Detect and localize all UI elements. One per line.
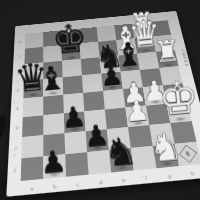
square-d4 xyxy=(83,91,105,111)
black-pawn: ♟ xyxy=(99,62,125,90)
square-b1: ♟ xyxy=(43,154,66,179)
dust-speck xyxy=(41,28,42,29)
dust-speck xyxy=(96,21,97,22)
square-a4 xyxy=(23,97,44,118)
file-label: h xyxy=(180,169,200,177)
square-f3: ♟ xyxy=(125,106,149,128)
file-label: e xyxy=(112,176,136,184)
white-rook: ♜ xyxy=(153,36,182,67)
white-pawn: ♟ xyxy=(124,96,151,126)
black-pawn: ♟ xyxy=(39,146,68,178)
white-knight: ♞ xyxy=(147,127,184,167)
square-e5: ♟ xyxy=(101,72,123,91)
rank-label: 1 xyxy=(9,158,20,182)
emblem-knight-icon: ♞ xyxy=(184,150,192,158)
dust-speck xyxy=(92,180,93,181)
board-photo: 87654321 ♜♚♝♛♞♝♜♛♝♟♟♟♟♟♚♟♟♞♞♞ abcdefgh C… xyxy=(0,0,200,200)
perspective-wrapper: 87654321 ♜♚♝♛♞♝♜♛♝♟♟♟♟♟♚♟♟♞♞♞ abcdefgh C… xyxy=(0,0,200,200)
dust-speck xyxy=(178,170,179,171)
black-knight: ♞ xyxy=(102,131,139,171)
rank-label: 8 xyxy=(16,34,25,50)
square-h6: ♜ xyxy=(156,50,179,68)
square-c1 xyxy=(65,152,88,177)
file-label: g xyxy=(157,171,181,179)
rank-label: 4 xyxy=(12,99,22,119)
square-e1: ♞ xyxy=(109,148,134,172)
white-king: ♚ xyxy=(157,75,200,123)
file-label: d xyxy=(89,178,112,186)
rank-label: 3 xyxy=(12,117,22,138)
file-label: b xyxy=(43,182,66,190)
chess-board: 87654321 ♜♚♝♛♞♝♜♛♝♟♟♟♟♟♚♟♟♞♞♞ abcdefgh C… xyxy=(6,11,200,197)
black-bishop: ♝ xyxy=(35,61,68,97)
rank-label: 2 xyxy=(10,137,21,159)
square-g1: ♞ xyxy=(153,144,179,168)
file-label: f xyxy=(135,173,159,181)
file-label: a xyxy=(20,184,43,192)
square-h3: ♚ xyxy=(166,102,191,123)
file-label: c xyxy=(66,180,89,188)
black-king: ♚ xyxy=(50,18,89,61)
square-a3 xyxy=(22,115,43,137)
board-grid: ♜♚♝♛♞♝♜♛♝♟♟♟♟♟♚♟♟♞♞♞ xyxy=(21,20,200,181)
square-b5: ♝ xyxy=(43,77,63,96)
